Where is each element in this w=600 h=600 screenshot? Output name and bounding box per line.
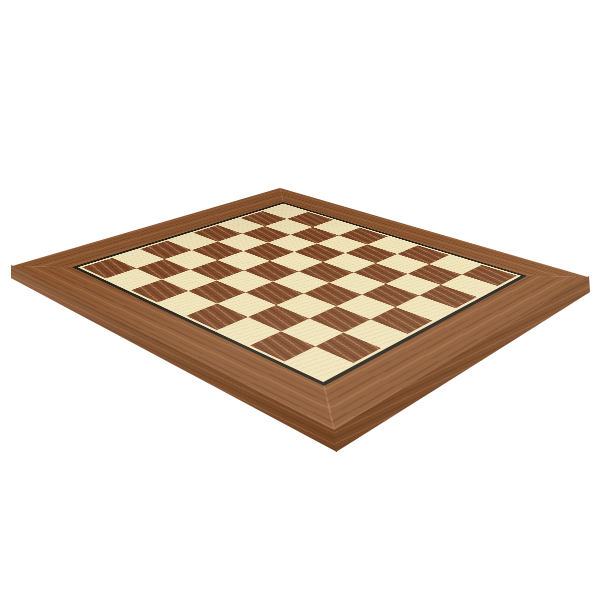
board-photo (0, 0, 600, 600)
chess-board (12, 188, 588, 430)
